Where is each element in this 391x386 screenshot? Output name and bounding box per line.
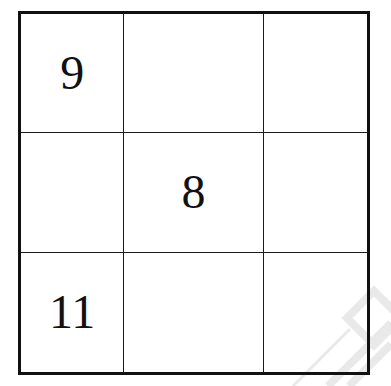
cell-r1c1: 9 — [21, 14, 124, 133]
puzzle-page: 9 8 11 — [0, 0, 391, 386]
cell-r3c1: 11 — [21, 253, 124, 372]
cell-r2c2: 8 — [124, 133, 263, 252]
cell-r3c2 — [124, 253, 263, 372]
cell-r1c3 — [264, 14, 367, 133]
board-grid: 9 8 11 — [18, 11, 370, 375]
cell-r2c1 — [21, 133, 124, 252]
cell-r3c3 — [264, 253, 367, 372]
cell-r1c2 — [124, 14, 263, 133]
cell-r2c3 — [264, 133, 367, 252]
